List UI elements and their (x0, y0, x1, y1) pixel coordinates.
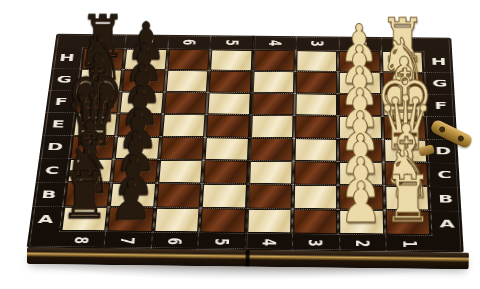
square-d4[interactable] (251, 139, 292, 160)
rank-label-near-7: 7 (103, 232, 151, 249)
square-e4[interactable] (252, 116, 293, 137)
coordinate-label: 7 (138, 38, 156, 44)
coordinate-label: 5 (223, 39, 240, 45)
coordinate-label: 8 (95, 38, 113, 44)
rank-label-near-2: 2 (339, 235, 386, 252)
square-b5[interactable] (203, 185, 246, 207)
square-b4[interactable] (249, 185, 291, 207)
square-f5[interactable] (209, 93, 250, 114)
coordinate-label: 7 (118, 237, 138, 244)
rank-label-near-8: 8 (57, 232, 105, 249)
square-c4[interactable] (250, 162, 292, 184)
photo-scene: 87654321 87654321 HGFEDCBA HGFEDCBA ♜♟♟♜… (0, 0, 480, 289)
coordinate-label: 6 (165, 237, 184, 244)
rank-label-near-1: 1 (386, 235, 434, 252)
coordinate-label: 4 (259, 238, 278, 245)
rank-label-far-5: 5 (210, 35, 253, 49)
chess-board: 87654321 87654321 HGFEDCBA HGFEDCBA ♜♟♟♜… (27, 34, 464, 253)
rank-label-near-3: 3 (292, 234, 339, 251)
coordinate-label: 1 (394, 41, 411, 47)
square-f4[interactable] (252, 94, 292, 115)
coordinate-label: 2 (352, 41, 369, 47)
coordinate-label: 3 (309, 40, 326, 46)
square-e5[interactable] (207, 115, 248, 136)
coordinate-label: 3 (306, 239, 325, 246)
rank-label-near-4: 4 (244, 234, 291, 251)
rank-label-near-6: 6 (150, 233, 198, 250)
coordinate-label: 4 (266, 40, 283, 46)
square-c5[interactable] (204, 161, 246, 183)
square-g4[interactable] (253, 72, 293, 92)
piece-white-rook-a1[interactable]: ♜ (372, 167, 443, 232)
coordinate-label: 1 (400, 240, 419, 247)
coordinate-label: 6 (180, 39, 198, 45)
coordinate-label: 5 (212, 238, 231, 245)
square-a4[interactable] (248, 209, 291, 232)
square-h4[interactable] (254, 51, 293, 71)
square-d5[interactable] (206, 138, 248, 159)
square-g5[interactable] (210, 72, 250, 92)
rank-label-near-5: 5 (197, 233, 245, 250)
square-a5[interactable] (201, 209, 244, 232)
coordinate-label: 8 (71, 236, 91, 243)
square-h5[interactable] (211, 50, 251, 70)
coordinate-label: 2 (353, 239, 372, 246)
rank-label-far-4: 4 (253, 36, 296, 50)
